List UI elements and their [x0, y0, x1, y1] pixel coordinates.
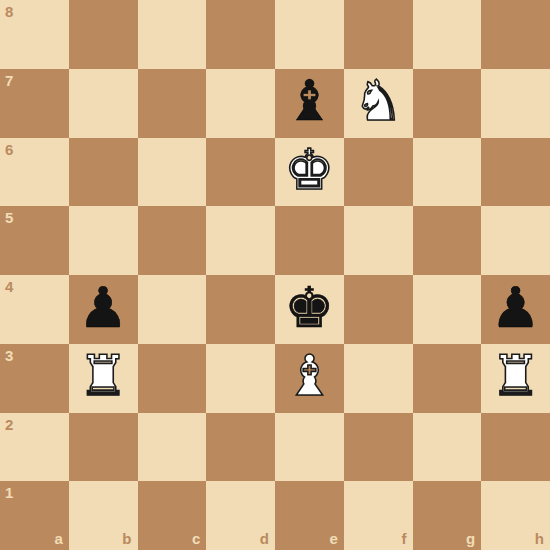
- square-f2[interactable]: [344, 413, 413, 482]
- square-b4[interactable]: ♟: [69, 275, 138, 344]
- square-e8[interactable]: [275, 0, 344, 69]
- square-h3[interactable]: ♜: [481, 344, 550, 413]
- rank-label-8: 8: [5, 4, 13, 19]
- square-e7[interactable]: ♝: [275, 69, 344, 138]
- file-label-a: a: [54, 531, 62, 546]
- square-f7[interactable]: ♞: [344, 69, 413, 138]
- square-c1[interactable]: c: [138, 481, 207, 550]
- square-a7[interactable]: 7: [0, 69, 69, 138]
- square-b1[interactable]: b: [69, 481, 138, 550]
- white-king-e6[interactable]: ♚: [284, 136, 334, 205]
- square-a6[interactable]: 6: [0, 138, 69, 207]
- rank-label-6: 6: [5, 142, 13, 157]
- square-a3[interactable]: 3: [0, 344, 69, 413]
- square-e1[interactable]: e: [275, 481, 344, 550]
- square-a2[interactable]: 2: [0, 413, 69, 482]
- square-h7[interactable]: [481, 69, 550, 138]
- square-g8[interactable]: [413, 0, 482, 69]
- square-c3[interactable]: [138, 344, 207, 413]
- square-a1[interactable]: 1a: [0, 481, 69, 550]
- square-d2[interactable]: [206, 413, 275, 482]
- square-h1[interactable]: h: [481, 481, 550, 550]
- square-h2[interactable]: [481, 413, 550, 482]
- square-c2[interactable]: [138, 413, 207, 482]
- rank-label-4: 4: [5, 279, 13, 294]
- square-f3[interactable]: [344, 344, 413, 413]
- black-pawn-h4[interactable]: ♟: [491, 274, 541, 343]
- rank-label-1: 1: [5, 485, 13, 500]
- square-a4[interactable]: 4: [0, 275, 69, 344]
- square-f4[interactable]: [344, 275, 413, 344]
- rank-label-2: 2: [5, 417, 13, 432]
- square-h4[interactable]: ♟: [481, 275, 550, 344]
- square-h8[interactable]: [481, 0, 550, 69]
- white-rook-b3[interactable]: ♜: [78, 342, 128, 411]
- square-b7[interactable]: [69, 69, 138, 138]
- square-e6[interactable]: ♚: [275, 138, 344, 207]
- square-b8[interactable]: [69, 0, 138, 69]
- square-d7[interactable]: [206, 69, 275, 138]
- white-knight-f7[interactable]: ♞: [353, 67, 403, 136]
- square-f8[interactable]: [344, 0, 413, 69]
- square-c5[interactable]: [138, 206, 207, 275]
- square-f5[interactable]: [344, 206, 413, 275]
- square-e4[interactable]: ♚: [275, 275, 344, 344]
- file-label-h: h: [535, 531, 544, 546]
- square-e3[interactable]: ♝: [275, 344, 344, 413]
- square-c7[interactable]: [138, 69, 207, 138]
- square-g3[interactable]: [413, 344, 482, 413]
- white-bishop-e3[interactable]: ♝: [284, 342, 334, 411]
- file-label-d: d: [260, 531, 269, 546]
- square-f6[interactable]: [344, 138, 413, 207]
- square-d4[interactable]: [206, 275, 275, 344]
- square-f1[interactable]: f: [344, 481, 413, 550]
- rank-label-5: 5: [5, 210, 13, 225]
- square-d1[interactable]: d: [206, 481, 275, 550]
- file-label-b: b: [122, 531, 131, 546]
- square-b6[interactable]: [69, 138, 138, 207]
- file-label-g: g: [466, 531, 475, 546]
- square-d6[interactable]: [206, 138, 275, 207]
- file-label-f: f: [402, 531, 407, 546]
- square-g1[interactable]: g: [413, 481, 482, 550]
- black-pawn-b4[interactable]: ♟: [78, 274, 128, 343]
- file-label-c: c: [192, 531, 200, 546]
- square-d8[interactable]: [206, 0, 275, 69]
- square-c8[interactable]: [138, 0, 207, 69]
- square-g4[interactable]: [413, 275, 482, 344]
- white-rook-h3[interactable]: ♜: [491, 342, 541, 411]
- rank-label-7: 7: [5, 73, 13, 88]
- square-d3[interactable]: [206, 344, 275, 413]
- square-g2[interactable]: [413, 413, 482, 482]
- square-b3[interactable]: ♜: [69, 344, 138, 413]
- square-h5[interactable]: [481, 206, 550, 275]
- black-king-e4[interactable]: ♚: [284, 274, 334, 343]
- square-c6[interactable]: [138, 138, 207, 207]
- square-e5[interactable]: [275, 206, 344, 275]
- square-d5[interactable]: [206, 206, 275, 275]
- square-g7[interactable]: [413, 69, 482, 138]
- square-g5[interactable]: [413, 206, 482, 275]
- square-e2[interactable]: [275, 413, 344, 482]
- square-b2[interactable]: [69, 413, 138, 482]
- square-c4[interactable]: [138, 275, 207, 344]
- chess-board: 87♝♞6♚54♟♚♟3♜♝♜21abcdefgh: [0, 0, 550, 550]
- square-a8[interactable]: 8: [0, 0, 69, 69]
- square-a5[interactable]: 5: [0, 206, 69, 275]
- square-b5[interactable]: [69, 206, 138, 275]
- square-g6[interactable]: [413, 138, 482, 207]
- black-bishop-e7[interactable]: ♝: [284, 67, 334, 136]
- file-label-e: e: [329, 531, 337, 546]
- rank-label-3: 3: [5, 348, 13, 363]
- square-h6[interactable]: [481, 138, 550, 207]
